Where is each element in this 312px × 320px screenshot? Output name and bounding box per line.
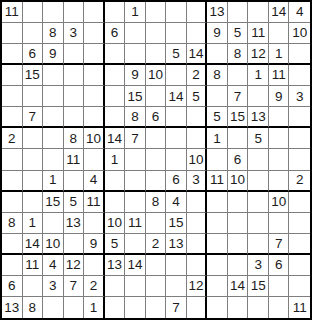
cell-r3c12[interactable]: 8 xyxy=(228,44,249,65)
cell-r1c4[interactable] xyxy=(64,2,85,23)
cell-r5c13[interactable] xyxy=(248,86,269,107)
cell-r5c2[interactable] xyxy=(23,86,44,107)
cell-r11c12[interactable] xyxy=(228,213,249,234)
cell-r4c9[interactable] xyxy=(166,65,187,86)
cell-r9c8[interactable] xyxy=(146,171,167,192)
cell-r2c15[interactable]: 10 xyxy=(289,23,310,44)
cell-r8c4[interactable]: 11 xyxy=(64,149,85,170)
cell-r15c13[interactable] xyxy=(248,297,269,318)
cell-r5c15[interactable]: 3 xyxy=(289,86,310,107)
cell-r13c5[interactable] xyxy=(84,255,105,276)
cell-r12c2[interactable]: 14 xyxy=(23,234,44,255)
cell-r10c12[interactable] xyxy=(228,192,249,213)
cell-r15c7[interactable] xyxy=(125,297,146,318)
cell-r7c4[interactable]: 8 xyxy=(64,128,85,149)
cell-r10c6[interactable] xyxy=(105,192,126,213)
cell-r1c10[interactable] xyxy=(187,2,208,23)
cell-r2c1[interactable] xyxy=(2,23,23,44)
cell-r12c5[interactable]: 9 xyxy=(84,234,105,255)
cell-r5c1[interactable] xyxy=(2,86,23,107)
cell-r3c5[interactable] xyxy=(84,44,105,65)
cell-r4c15[interactable] xyxy=(289,65,310,86)
cell-r13c12[interactable] xyxy=(228,255,249,276)
cell-r7c3[interactable] xyxy=(43,128,64,149)
cell-r7c8[interactable] xyxy=(146,128,167,149)
cell-r14c9[interactable] xyxy=(166,276,187,297)
cell-r6c1[interactable] xyxy=(2,107,23,128)
cell-r3c9[interactable]: 5 xyxy=(166,44,187,65)
cell-r2c5[interactable] xyxy=(84,23,105,44)
cell-r1c7[interactable]: 1 xyxy=(125,2,146,23)
cell-r3c7[interactable] xyxy=(125,44,146,65)
cell-r6c3[interactable] xyxy=(43,107,64,128)
cell-r13c2[interactable]: 11 xyxy=(23,255,44,276)
cell-r1c6[interactable] xyxy=(105,2,126,23)
cell-r4c5[interactable] xyxy=(84,65,105,86)
cell-r4c14[interactable]: 11 xyxy=(269,65,290,86)
cell-r3c1[interactable] xyxy=(2,44,23,65)
cell-r5c3[interactable] xyxy=(43,86,64,107)
cell-r10c8[interactable]: 8 xyxy=(146,192,167,213)
cell-r5c6[interactable] xyxy=(105,86,126,107)
cell-r7c9[interactable] xyxy=(166,128,187,149)
cell-r6c7[interactable]: 8 xyxy=(125,107,146,128)
cell-r6c9[interactable] xyxy=(166,107,187,128)
cell-r14c8[interactable] xyxy=(146,276,167,297)
cell-r2c3[interactable]: 8 xyxy=(43,23,64,44)
cell-r12c9[interactable]: 13 xyxy=(166,234,187,255)
cell-r7c7[interactable]: 7 xyxy=(125,128,146,149)
cell-r3c6[interactable] xyxy=(105,44,126,65)
cell-r2c10[interactable] xyxy=(187,23,208,44)
cell-r12c6[interactable]: 5 xyxy=(105,234,126,255)
cell-r11c11[interactable] xyxy=(207,213,228,234)
cell-r8c10[interactable]: 10 xyxy=(187,149,208,170)
cell-r5c4[interactable] xyxy=(64,86,85,107)
cell-r7c6[interactable]: 14 xyxy=(105,128,126,149)
cell-r10c13[interactable] xyxy=(248,192,269,213)
cell-r6c12[interactable]: 15 xyxy=(228,107,249,128)
cell-r14c3[interactable]: 3 xyxy=(43,276,64,297)
cell-r11c15[interactable] xyxy=(289,213,310,234)
cell-r1c9[interactable] xyxy=(166,2,187,23)
cell-r15c14[interactable] xyxy=(269,297,290,318)
cell-r2c2[interactable] xyxy=(23,23,44,44)
cell-r7c13[interactable]: 5 xyxy=(248,128,269,149)
cell-r2c14[interactable] xyxy=(269,23,290,44)
cell-r1c12[interactable] xyxy=(228,2,249,23)
cell-r3c15[interactable] xyxy=(289,44,310,65)
cell-r14c2[interactable] xyxy=(23,276,44,297)
cell-r9c2[interactable] xyxy=(23,171,44,192)
cell-r4c4[interactable] xyxy=(64,65,85,86)
cell-r8c9[interactable] xyxy=(166,149,187,170)
cell-r13c1[interactable] xyxy=(2,255,23,276)
cell-r2c7[interactable] xyxy=(125,23,146,44)
cell-r2c6[interactable]: 6 xyxy=(105,23,126,44)
cell-r12c7[interactable] xyxy=(125,234,146,255)
cell-r2c9[interactable] xyxy=(166,23,187,44)
cell-r11c13[interactable] xyxy=(248,213,269,234)
cell-r7c2[interactable] xyxy=(23,128,44,149)
cell-r4c2[interactable]: 15 xyxy=(23,65,44,86)
cell-r3c3[interactable]: 9 xyxy=(43,44,64,65)
cell-r9c6[interactable] xyxy=(105,171,126,192)
cell-r2c4[interactable]: 3 xyxy=(64,23,85,44)
cell-r11c9[interactable]: 15 xyxy=(166,213,187,234)
cell-r4c13[interactable]: 1 xyxy=(248,65,269,86)
cell-r11c3[interactable] xyxy=(43,213,64,234)
cell-r3c8[interactable] xyxy=(146,44,167,65)
cell-r12c8[interactable]: 2 xyxy=(146,234,167,255)
sudoku-page: 1111314483695111069514812115910281111514… xyxy=(0,0,312,320)
cell-r13c4[interactable]: 12 xyxy=(64,255,85,276)
cell-r5c10[interactable]: 5 xyxy=(187,86,208,107)
cell-r6c5[interactable] xyxy=(84,107,105,128)
cell-r13c7[interactable]: 14 xyxy=(125,255,146,276)
cell-r10c7[interactable] xyxy=(125,192,146,213)
cell-r1c1[interactable]: 11 xyxy=(2,2,23,23)
cell-r13c8[interactable] xyxy=(146,255,167,276)
cell-r11c7[interactable]: 11 xyxy=(125,213,146,234)
cell-r4c11[interactable]: 8 xyxy=(207,65,228,86)
cell-r6c13[interactable]: 13 xyxy=(248,107,269,128)
cell-r13c13[interactable]: 3 xyxy=(248,255,269,276)
cell-r4c1[interactable] xyxy=(2,65,23,86)
cell-r6c15[interactable] xyxy=(289,107,310,128)
cell-r15c10[interactable] xyxy=(187,297,208,318)
cell-r5c9[interactable]: 14 xyxy=(166,86,187,107)
cell-r6c8[interactable]: 6 xyxy=(146,107,167,128)
cell-r4c7[interactable]: 9 xyxy=(125,65,146,86)
cell-r7c15[interactable] xyxy=(289,128,310,149)
cell-r7c10[interactable] xyxy=(187,128,208,149)
cell-r15c9[interactable]: 7 xyxy=(166,297,187,318)
cell-r14c10[interactable]: 12 xyxy=(187,276,208,297)
cell-r9c7[interactable] xyxy=(125,171,146,192)
cell-r8c8[interactable] xyxy=(146,149,167,170)
cell-r12c11[interactable] xyxy=(207,234,228,255)
cell-r1c13[interactable] xyxy=(248,2,269,23)
cell-r1c2[interactable] xyxy=(23,2,44,23)
cell-r14c13[interactable]: 15 xyxy=(248,276,269,297)
cell-r9c14[interactable] xyxy=(269,171,290,192)
cell-r3c2[interactable]: 6 xyxy=(23,44,44,65)
cell-r11c14[interactable] xyxy=(269,213,290,234)
cell-r3c13[interactable]: 12 xyxy=(248,44,269,65)
cell-r13c10[interactable] xyxy=(187,255,208,276)
cell-r10c10[interactable] xyxy=(187,192,208,213)
cell-r14c15[interactable] xyxy=(289,276,310,297)
cell-r7c14[interactable] xyxy=(269,128,290,149)
cell-r10c9[interactable]: 4 xyxy=(166,192,187,213)
cell-r8c14[interactable] xyxy=(269,149,290,170)
cell-r3c14[interactable]: 1 xyxy=(269,44,290,65)
cell-r4c10[interactable]: 2 xyxy=(187,65,208,86)
cell-r4c3[interactable] xyxy=(43,65,64,86)
cell-r3c11[interactable] xyxy=(207,44,228,65)
cell-r12c10[interactable] xyxy=(187,234,208,255)
cell-r8c6[interactable]: 1 xyxy=(105,149,126,170)
cell-r11c8[interactable] xyxy=(146,213,167,234)
cell-r15c11[interactable] xyxy=(207,297,228,318)
cell-r2c8[interactable] xyxy=(146,23,167,44)
cell-r8c1[interactable] xyxy=(2,149,23,170)
cell-r1c15[interactable]: 4 xyxy=(289,2,310,23)
cell-r9c10[interactable]: 3 xyxy=(187,171,208,192)
cell-r9c15[interactable]: 2 xyxy=(289,171,310,192)
cell-r2c13[interactable]: 11 xyxy=(248,23,269,44)
cell-r15c1[interactable]: 13 xyxy=(2,297,23,318)
cell-r10c14[interactable]: 10 xyxy=(269,192,290,213)
cell-r1c8[interactable] xyxy=(146,2,167,23)
cell-r14c5[interactable]: 2 xyxy=(84,276,105,297)
cell-r11c10[interactable] xyxy=(187,213,208,234)
cell-r12c3[interactable]: 10 xyxy=(43,234,64,255)
cell-r8c7[interactable] xyxy=(125,149,146,170)
cell-r4c8[interactable]: 10 xyxy=(146,65,167,86)
cell-r11c4[interactable]: 13 xyxy=(64,213,85,234)
sudoku-board: 1111314483695111069514812115910281111514… xyxy=(0,0,312,320)
cell-r8c12[interactable]: 6 xyxy=(228,149,249,170)
cell-r12c4[interactable] xyxy=(64,234,85,255)
cell-r11c2[interactable]: 1 xyxy=(23,213,44,234)
cell-r15c6[interactable] xyxy=(105,297,126,318)
cell-r13c3[interactable]: 4 xyxy=(43,255,64,276)
cell-r9c13[interactable] xyxy=(248,171,269,192)
cell-r9c3[interactable]: 1 xyxy=(43,171,64,192)
cell-r9c11[interactable]: 11 xyxy=(207,171,228,192)
cell-r12c13[interactable] xyxy=(248,234,269,255)
cell-r7c11[interactable]: 1 xyxy=(207,128,228,149)
cell-r8c13[interactable] xyxy=(248,149,269,170)
cell-r1c14[interactable]: 14 xyxy=(269,2,290,23)
cell-r13c11[interactable] xyxy=(207,255,228,276)
cell-r10c15[interactable] xyxy=(289,192,310,213)
cell-r10c1[interactable] xyxy=(2,192,23,213)
cell-r6c10[interactable] xyxy=(187,107,208,128)
cell-r15c2[interactable]: 8 xyxy=(23,297,44,318)
cell-r10c2[interactable] xyxy=(23,192,44,213)
cell-r6c14[interactable] xyxy=(269,107,290,128)
cell-r6c11[interactable]: 5 xyxy=(207,107,228,128)
cell-r12c15[interactable] xyxy=(289,234,310,255)
cell-r3c4[interactable] xyxy=(64,44,85,65)
cell-r10c4[interactable]: 5 xyxy=(64,192,85,213)
cell-r15c15[interactable]: 11 xyxy=(289,297,310,318)
cell-r14c4[interactable]: 7 xyxy=(64,276,85,297)
cell-r8c3[interactable] xyxy=(43,149,64,170)
cell-r10c3[interactable]: 15 xyxy=(43,192,64,213)
cell-r13c9[interactable] xyxy=(166,255,187,276)
cell-r9c4[interactable] xyxy=(64,171,85,192)
cell-r14c11[interactable] xyxy=(207,276,228,297)
cell-r8c11[interactable] xyxy=(207,149,228,170)
cell-r10c11[interactable] xyxy=(207,192,228,213)
cell-r5c5[interactable] xyxy=(84,86,105,107)
cell-r4c12[interactable] xyxy=(228,65,249,86)
cell-r7c5[interactable]: 10 xyxy=(84,128,105,149)
cell-r5c11[interactable] xyxy=(207,86,228,107)
cell-r2c12[interactable]: 5 xyxy=(228,23,249,44)
cell-r12c1[interactable] xyxy=(2,234,23,255)
cell-r5c14[interactable]: 9 xyxy=(269,86,290,107)
cell-r5c8[interactable] xyxy=(146,86,167,107)
cell-r6c2[interactable]: 7 xyxy=(23,107,44,128)
cell-r14c12[interactable]: 14 xyxy=(228,276,249,297)
cell-r9c12[interactable]: 10 xyxy=(228,171,249,192)
cell-r14c1[interactable]: 6 xyxy=(2,276,23,297)
cell-r5c7[interactable]: 15 xyxy=(125,86,146,107)
cell-r15c4[interactable] xyxy=(64,297,85,318)
cell-r9c9[interactable]: 6 xyxy=(166,171,187,192)
cell-r8c5[interactable] xyxy=(84,149,105,170)
cell-r3c10[interactable]: 14 xyxy=(187,44,208,65)
cell-r5c12[interactable]: 7 xyxy=(228,86,249,107)
cell-r15c5[interactable]: 1 xyxy=(84,297,105,318)
cell-r15c12[interactable] xyxy=(228,297,249,318)
cell-r11c6[interactable]: 10 xyxy=(105,213,126,234)
cell-r11c5[interactable] xyxy=(84,213,105,234)
cell-r14c14[interactable] xyxy=(269,276,290,297)
cell-r1c5[interactable] xyxy=(84,2,105,23)
cell-r9c1[interactable] xyxy=(2,171,23,192)
cell-r8c2[interactable] xyxy=(23,149,44,170)
cell-r1c3[interactable] xyxy=(43,2,64,23)
cell-r15c8[interactable] xyxy=(146,297,167,318)
cell-r13c15[interactable] xyxy=(289,255,310,276)
cell-r13c6[interactable]: 13 xyxy=(105,255,126,276)
cell-r12c14[interactable]: 7 xyxy=(269,234,290,255)
cell-r2c11[interactable]: 9 xyxy=(207,23,228,44)
cell-r7c12[interactable] xyxy=(228,128,249,149)
cell-r4c6[interactable] xyxy=(105,65,126,86)
cell-r7c1[interactable]: 2 xyxy=(2,128,23,149)
cell-r10c5[interactable]: 11 xyxy=(84,192,105,213)
cell-r15c3[interactable] xyxy=(43,297,64,318)
cell-r13c14[interactable]: 6 xyxy=(269,255,290,276)
cell-r8c15[interactable] xyxy=(289,149,310,170)
cell-r12c12[interactable] xyxy=(228,234,249,255)
cell-r14c6[interactable] xyxy=(105,276,126,297)
cell-r1c11[interactable]: 13 xyxy=(207,2,228,23)
cell-r6c6[interactable] xyxy=(105,107,126,128)
cell-r9c5[interactable]: 4 xyxy=(84,171,105,192)
cell-r6c4[interactable] xyxy=(64,107,85,128)
cell-r14c7[interactable] xyxy=(125,276,146,297)
cell-r11c1[interactable]: 8 xyxy=(2,213,23,234)
